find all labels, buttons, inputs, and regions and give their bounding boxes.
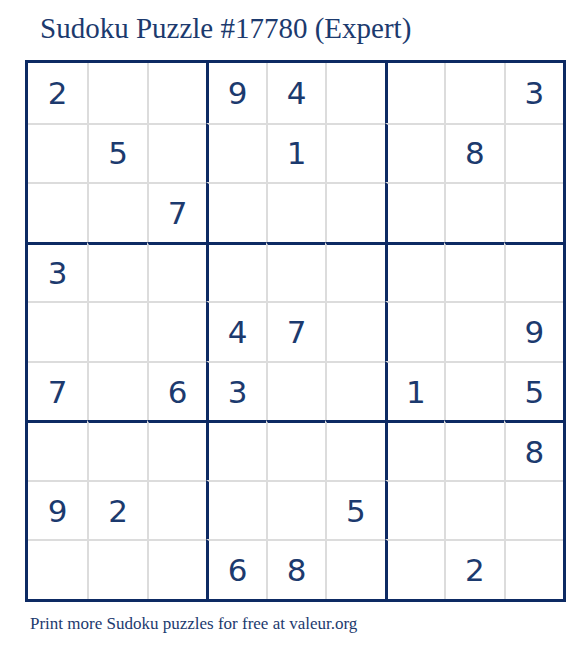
cell-r6c6: [325, 361, 384, 421]
cell-r4c9: [504, 242, 563, 302]
cell-r7c1: [28, 420, 87, 480]
cell-r8c1: 9: [28, 480, 87, 540]
cell-r9c9: [504, 539, 563, 599]
cell-r9c3: [147, 539, 206, 599]
cell-r8c7: [385, 480, 444, 540]
cell-r5c5: 7: [266, 301, 325, 361]
cell-r4c2: [87, 242, 146, 302]
cell-r5c3: [147, 301, 206, 361]
cell-r7c7: [385, 420, 444, 480]
cell-r6c7: 1: [385, 361, 444, 421]
cell-r2c6: [325, 123, 384, 183]
cell-r6c3: 6: [147, 361, 206, 421]
cell-r1c9: 3: [504, 63, 563, 123]
cell-r9c2: [87, 539, 146, 599]
cell-r4c7: [385, 242, 444, 302]
cell-r6c5: [266, 361, 325, 421]
cell-r8c9: [504, 480, 563, 540]
cell-r2c8: 8: [444, 123, 503, 183]
cell-r2c3: [147, 123, 206, 183]
cell-r1c7: [385, 63, 444, 123]
cell-r6c8: [444, 361, 503, 421]
cell-r1c5: 4: [266, 63, 325, 123]
cell-r2c9: [504, 123, 563, 183]
cell-r3c1: [28, 182, 87, 242]
cell-r2c7: [385, 123, 444, 183]
cell-r4c5: [266, 242, 325, 302]
cell-r4c6: [325, 242, 384, 302]
cell-r9c7: [385, 539, 444, 599]
cell-r5c7: [385, 301, 444, 361]
cell-r6c1: 7: [28, 361, 87, 421]
cell-r9c8: 2: [444, 539, 503, 599]
cell-r8c4: [206, 480, 265, 540]
cell-r7c3: [147, 420, 206, 480]
cell-r8c3: [147, 480, 206, 540]
cell-r6c2: [87, 361, 146, 421]
cell-r3c6: [325, 182, 384, 242]
sudoku-board: 294351873479763158925682: [25, 60, 566, 602]
cell-r3c3: 7: [147, 182, 206, 242]
cell-r7c8: [444, 420, 503, 480]
cell-r5c8: [444, 301, 503, 361]
cell-r3c5: [266, 182, 325, 242]
cell-r6c4: 3: [206, 361, 265, 421]
cell-r1c2: [87, 63, 146, 123]
cell-r5c9: 9: [504, 301, 563, 361]
cell-r7c5: [266, 420, 325, 480]
cell-r7c6: [325, 420, 384, 480]
cell-r3c7: [385, 182, 444, 242]
cell-r4c8: [444, 242, 503, 302]
cell-r1c8: [444, 63, 503, 123]
cell-r1c4: 9: [206, 63, 265, 123]
cell-r7c2: [87, 420, 146, 480]
cell-r8c2: 2: [87, 480, 146, 540]
cell-r6c9: 5: [504, 361, 563, 421]
cell-r8c6: 5: [325, 480, 384, 540]
cell-r2c1: [28, 123, 87, 183]
cell-r9c1: [28, 539, 87, 599]
cell-r3c8: [444, 182, 503, 242]
cell-r8c8: [444, 480, 503, 540]
cell-r5c2: [87, 301, 146, 361]
cell-r1c1: 2: [28, 63, 87, 123]
cell-r9c6: [325, 539, 384, 599]
cell-r5c4: 4: [206, 301, 265, 361]
cell-r7c4: [206, 420, 265, 480]
cell-r3c4: [206, 182, 265, 242]
cell-r4c4: [206, 242, 265, 302]
cell-r1c6: [325, 63, 384, 123]
cell-r3c2: [87, 182, 146, 242]
cell-r5c1: [28, 301, 87, 361]
cell-r1c3: [147, 63, 206, 123]
cell-r9c4: 6: [206, 539, 265, 599]
cell-r2c4: [206, 123, 265, 183]
footer-text: Print more Sudoku puzzles for free at va…: [30, 614, 357, 634]
cell-r9c5: 8: [266, 539, 325, 599]
page-title: Sudoku Puzzle #17780 (Expert): [40, 12, 411, 45]
cell-r2c2: 5: [87, 123, 146, 183]
cell-r7c9: 8: [504, 420, 563, 480]
cell-r2c5: 1: [266, 123, 325, 183]
cell-r3c9: [504, 182, 563, 242]
cell-r4c1: 3: [28, 242, 87, 302]
cell-r4c3: [147, 242, 206, 302]
cell-r5c6: [325, 301, 384, 361]
cell-r8c5: [266, 480, 325, 540]
